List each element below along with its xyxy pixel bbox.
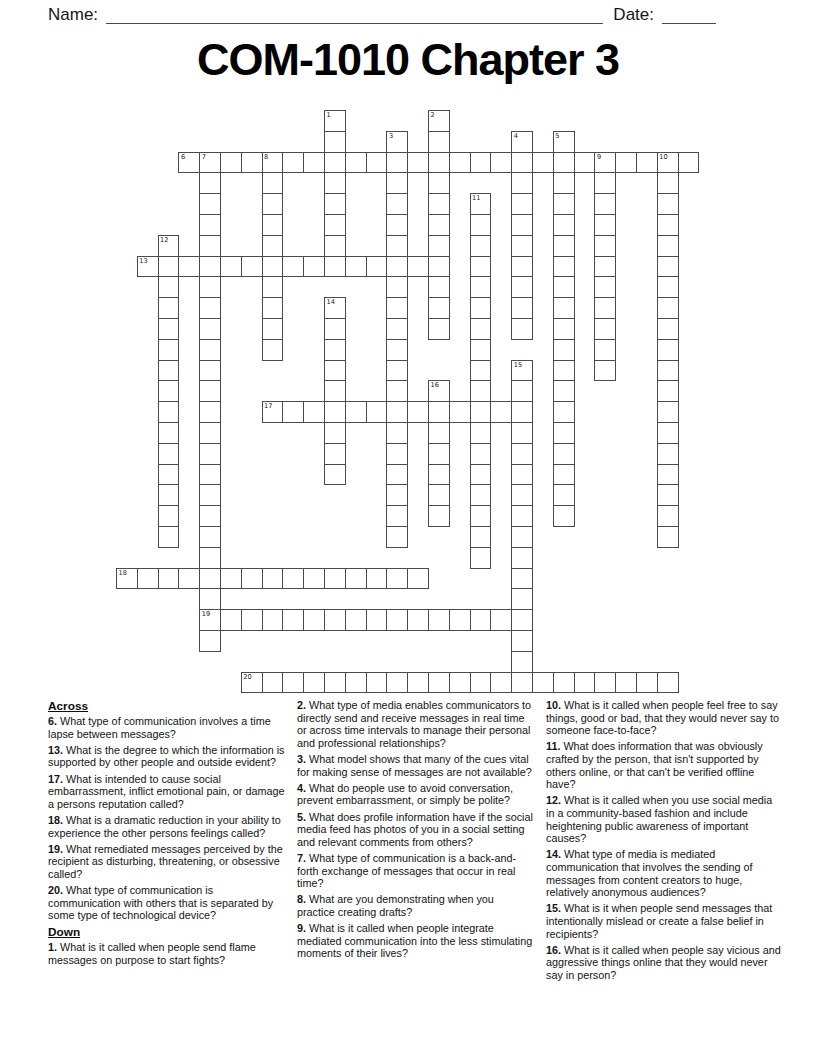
crossword-cell-r14c11[interactable] <box>345 401 367 423</box>
crossword-cell-r19c21[interactable] <box>553 505 575 527</box>
crossword-cell-r23c4[interactable] <box>199 588 221 610</box>
crossword-cell-r6c23[interactable] <box>594 235 616 257</box>
crossword-cell-r8c23[interactable] <box>594 276 616 298</box>
crossword-cell-r16c2[interactable] <box>158 443 180 465</box>
crossword-cell-r17c2[interactable] <box>158 464 180 486</box>
crossword-cell-r24c8[interactable] <box>282 609 304 631</box>
crossword-cell-r14c16[interactable] <box>449 401 471 423</box>
crossword-cell-r6c21[interactable] <box>553 235 575 257</box>
clue-number-label: 5. <box>297 811 309 823</box>
crossword-cell-r11c23[interactable] <box>594 339 616 361</box>
crossword-cell-r2c3[interactable]: 6 <box>178 152 200 174</box>
crossword-cell-r10c21[interactable] <box>553 318 575 340</box>
crossword-cell-r10c15[interactable] <box>428 318 450 340</box>
crossword-cell-r24c5[interactable] <box>220 609 242 631</box>
crossword-cell-r21c17[interactable] <box>470 547 492 569</box>
crossword-cell-r15c19[interactable] <box>511 422 533 444</box>
crossword-cell-r5c4[interactable] <box>199 214 221 236</box>
crossword-cell-r14c15[interactable] <box>428 401 450 423</box>
crossword-cell-r27c9[interactable] <box>303 672 325 694</box>
crossword-cell-r20c19[interactable] <box>511 526 533 548</box>
crossword-cell-r9c17[interactable] <box>470 297 492 319</box>
crossword-cell-r3c4[interactable] <box>199 172 221 194</box>
crossword-cell-r3c26[interactable] <box>657 172 679 194</box>
crossword-cell-r14c2[interactable] <box>158 401 180 423</box>
crossword-cell-r26c19[interactable] <box>511 651 533 673</box>
crossword-cell-r14c26[interactable] <box>657 401 679 423</box>
crossword-cell-r27c14[interactable] <box>407 672 429 694</box>
crossword-cell-r10c17[interactable] <box>470 318 492 340</box>
crossword-cell-r20c4[interactable] <box>199 526 221 548</box>
crossword-cell-r6c17[interactable] <box>470 235 492 257</box>
crossword-cell-r24c15[interactable] <box>428 609 450 631</box>
clue-number-12: 12 <box>160 236 168 244</box>
crossword-cell-r17c26[interactable] <box>657 464 679 486</box>
crossword-cell-r22c0[interactable]: 18 <box>116 568 138 590</box>
crossword-cell-r24c19[interactable] <box>511 609 533 631</box>
crossword-cell-r22c3[interactable] <box>178 568 200 590</box>
crossword-cell-r24c17[interactable] <box>470 609 492 631</box>
crossword-cell-r22c8[interactable] <box>282 568 304 590</box>
crossword-cell-r6c13[interactable] <box>386 235 408 257</box>
crossword-cell-r18c15[interactable] <box>428 484 450 506</box>
crossword-cell-r13c17[interactable] <box>470 380 492 402</box>
crossword-cell-r7c8[interactable] <box>282 256 304 278</box>
crossword-cell-r2c22[interactable] <box>574 152 596 174</box>
crossword-cell-r14c9[interactable] <box>303 401 325 423</box>
crossword-cell-r17c13[interactable] <box>386 464 408 486</box>
crossword-cell-r7c5[interactable] <box>220 256 242 278</box>
crossword-cell-r7c2[interactable] <box>158 256 180 278</box>
crossword-cell-r13c13[interactable] <box>386 380 408 402</box>
crossword-cell-r27c26[interactable] <box>657 672 679 694</box>
crossword-cell-r7c9[interactable] <box>303 256 325 278</box>
crossword-cell-r1c21[interactable]: 5 <box>553 131 575 153</box>
clue-number-19: 19 <box>202 610 210 618</box>
crossword-cell-r14c13[interactable] <box>386 401 408 423</box>
crossword-cell-r20c17[interactable] <box>470 526 492 548</box>
crossword-cell-r10c2[interactable] <box>158 318 180 340</box>
crossword-cell-r1c19[interactable]: 4 <box>511 131 533 153</box>
crossword-cell-r11c13[interactable] <box>386 339 408 361</box>
crossword-cell-r27c15[interactable] <box>428 672 450 694</box>
crossword-cell-r2c19[interactable] <box>511 152 533 174</box>
crossword-cell-r8c7[interactable] <box>262 276 284 298</box>
crossword-cell-r19c13[interactable] <box>386 505 408 527</box>
crossword-cell-r18c4[interactable] <box>199 484 221 506</box>
crossword-cell-r27c21[interactable] <box>553 672 575 694</box>
crossword-cell-r15c15[interactable] <box>428 422 450 444</box>
crossword-cell-r5c15[interactable] <box>428 214 450 236</box>
clue-number-label: 2. <box>297 699 309 711</box>
crossword-cell-r2c16[interactable] <box>449 152 471 174</box>
crossword-cell-r24c18[interactable] <box>490 609 512 631</box>
crossword-cell-r6c26[interactable] <box>657 235 679 257</box>
crossword-cell-r2c24[interactable] <box>615 152 637 174</box>
crossword-cell-r22c10[interactable] <box>324 568 346 590</box>
crossword-cell-r8c2[interactable] <box>158 276 180 298</box>
crossword-cell-r13c15[interactable]: 16 <box>428 380 450 402</box>
crossword-cell-r14c14[interactable] <box>407 401 429 423</box>
crossword-cell-r18c17[interactable] <box>470 484 492 506</box>
crossword-cell-r3c7[interactable] <box>262 172 284 194</box>
crossword-cell-r14c18[interactable] <box>490 401 512 423</box>
crossword-cell-r18c13[interactable] <box>386 484 408 506</box>
crossword-cell-r15c2[interactable] <box>158 422 180 444</box>
crossword-cell-r27c22[interactable] <box>574 672 596 694</box>
clue-number-label: 17. <box>48 773 66 785</box>
crossword-cell-r10c19[interactable] <box>511 318 533 340</box>
crossword-cell-r6c15[interactable] <box>428 235 450 257</box>
crossword-cell-r15c21[interactable] <box>553 422 575 444</box>
crossword-cell-r7c11[interactable] <box>345 256 367 278</box>
crossword-cell-r4c23[interactable] <box>594 193 616 215</box>
crossword-cell-r12c26[interactable] <box>657 360 679 382</box>
crossword-cell-r4c7[interactable] <box>262 193 284 215</box>
crossword-cell-r6c19[interactable] <box>511 235 533 257</box>
crossword-cell-r22c7[interactable] <box>262 568 284 590</box>
crossword-cell-r27c10[interactable] <box>324 672 346 694</box>
crossword-cell-r20c2[interactable] <box>158 526 180 548</box>
crossword-cell-r22c13[interactable] <box>386 568 408 590</box>
crossword-cell-r24c12[interactable] <box>366 609 388 631</box>
crossword-cell-r8c17[interactable] <box>470 276 492 298</box>
crossword-cell-r4c13[interactable] <box>386 193 408 215</box>
crossword-cell-r2c26[interactable]: 10 <box>657 152 679 174</box>
crossword-cell-r6c7[interactable] <box>262 235 284 257</box>
crossword-cell-r13c2[interactable] <box>158 380 180 402</box>
crossword-cell-r24c10[interactable] <box>324 609 346 631</box>
crossword-cell-r14c7[interactable]: 17 <box>262 401 284 423</box>
crossword-cell-r2c6[interactable] <box>241 152 263 174</box>
crossword-cell-r15c17[interactable] <box>470 422 492 444</box>
crossword-cell-r15c10[interactable] <box>324 422 346 444</box>
crossword-cell-r22c6[interactable] <box>241 568 263 590</box>
crossword-cell-r10c4[interactable] <box>199 318 221 340</box>
crossword-cell-r2c21[interactable] <box>553 152 575 174</box>
crossword-cell-r2c14[interactable] <box>407 152 429 174</box>
crossword-cell-r4c10[interactable] <box>324 193 346 215</box>
crossword-cell-r7c1[interactable]: 13 <box>137 256 159 278</box>
crossword-cell-r15c4[interactable] <box>199 422 221 444</box>
crossword-cell-r2c27[interactable] <box>678 152 700 174</box>
crossword-cell-r4c17[interactable]: 11 <box>470 193 492 215</box>
crossword-cell-r16c26[interactable] <box>657 443 679 465</box>
crossword-cell-r27c17[interactable] <box>470 672 492 694</box>
crossword-cell-r16c15[interactable] <box>428 443 450 465</box>
crossword-cell-r9c26[interactable] <box>657 297 679 319</box>
date-label: Date: <box>613 5 654 26</box>
crossword-cell-r24c9[interactable] <box>303 609 325 631</box>
crossword-cell-r14c19[interactable] <box>511 401 533 423</box>
crossword-cell-r27c7[interactable] <box>262 672 284 694</box>
crossword-cell-r17c17[interactable] <box>470 464 492 486</box>
crossword-cell-r1c10[interactable] <box>324 131 346 153</box>
crossword-cell-r3c21[interactable] <box>553 172 575 194</box>
crossword-cell-r3c19[interactable] <box>511 172 533 194</box>
clue-number-10: 10 <box>659 153 667 161</box>
crossword-cell-r8c4[interactable] <box>199 276 221 298</box>
crossword-cell-r17c10[interactable] <box>324 464 346 486</box>
crossword-cell-r7c4[interactable] <box>199 256 221 278</box>
crossword-cell-r9c2[interactable] <box>158 297 180 319</box>
crossword-cell-r18c19[interactable] <box>511 484 533 506</box>
crossword-cell-r11c26[interactable] <box>657 339 679 361</box>
crossword-cell-r24c6[interactable] <box>241 609 263 631</box>
crossword-cell-r25c4[interactable] <box>199 630 221 652</box>
crossword-cell-r2c13[interactable] <box>386 152 408 174</box>
crossword-cell-r24c14[interactable] <box>407 609 429 631</box>
crossword-cell-r10c23[interactable] <box>594 318 616 340</box>
crossword-cell-r2c23[interactable]: 9 <box>594 152 616 174</box>
crossword-cell-r22c12[interactable] <box>366 568 388 590</box>
crossword-cell-r19c15[interactable] <box>428 505 450 527</box>
crossword-cell-r27c25[interactable] <box>636 672 658 694</box>
crossword-cell-r2c10[interactable] <box>324 152 346 174</box>
crossword-cell-r22c5[interactable] <box>220 568 242 590</box>
crossword-cell-r27c12[interactable] <box>366 672 388 694</box>
crossword-cell-r6c4[interactable] <box>199 235 221 257</box>
clue-number-label: 4. <box>297 782 309 794</box>
crossword-cell-r5c26[interactable] <box>657 214 679 236</box>
crossword-cell-r27c24[interactable] <box>615 672 637 694</box>
crossword-cell-r4c4[interactable] <box>199 193 221 215</box>
crossword-cell-r14c10[interactable] <box>324 401 346 423</box>
crossword-cell-r3c10[interactable] <box>324 172 346 194</box>
crossword-cell-r7c10[interactable] <box>324 256 346 278</box>
crossword-cell-r8c26[interactable] <box>657 276 679 298</box>
crossword-cell-r15c26[interactable] <box>657 422 679 444</box>
crossword-cell-r5c7[interactable] <box>262 214 284 236</box>
crossword-cell-r9c19[interactable] <box>511 297 533 319</box>
clue-down-14: 14. What type of media is mediated commu… <box>546 848 783 899</box>
crossword-cell-r7c13[interactable] <box>386 256 408 278</box>
crossword-cell-r8c15[interactable] <box>428 276 450 298</box>
crossword-cell-r27c13[interactable] <box>386 672 408 694</box>
crossword-cell-r3c13[interactable] <box>386 172 408 194</box>
crossword-cell-r9c10[interactable]: 14 <box>324 297 346 319</box>
crossword-cell-r1c15[interactable] <box>428 131 450 153</box>
crossword-cell-r2c7[interactable]: 8 <box>262 152 284 174</box>
crossword-cell-r7c23[interactable] <box>594 256 616 278</box>
crossword-cell-r22c2[interactable] <box>158 568 180 590</box>
crossword-cell-r2c5[interactable] <box>220 152 242 174</box>
crossword-cell-r7c21[interactable] <box>553 256 575 278</box>
clue-down-4: 4. What do people use to avoid conversat… <box>297 782 534 807</box>
crossword-cell-r24c13[interactable] <box>386 609 408 631</box>
crossword-cell-r17c21[interactable] <box>553 464 575 486</box>
crossword-cell-r4c26[interactable] <box>657 193 679 215</box>
crossword-cell-r7c12[interactable] <box>366 256 388 278</box>
crossword-cell-r19c17[interactable] <box>470 505 492 527</box>
crossword-cell-r7c6[interactable] <box>241 256 263 278</box>
crossword-cell-r27c11[interactable] <box>345 672 367 694</box>
crossword-cell-r9c13[interactable] <box>386 297 408 319</box>
crossword-cell-r4c21[interactable] <box>553 193 575 215</box>
crossword-cell-r7c3[interactable] <box>178 256 200 278</box>
crossword-cell-r12c23[interactable] <box>594 360 616 382</box>
crossword-cell-r8c13[interactable] <box>386 276 408 298</box>
crossword-cell-r2c17[interactable] <box>470 152 492 174</box>
crossword-cell-r5c21[interactable] <box>553 214 575 236</box>
clue-down-7: 7. What type of communication is a back-… <box>297 852 534 890</box>
crossword-cell-r4c15[interactable] <box>428 193 450 215</box>
crossword-cell-r3c15[interactable] <box>428 172 450 194</box>
crossword-cell-r13c26[interactable] <box>657 380 679 402</box>
crossword-cell-r9c21[interactable] <box>553 297 575 319</box>
crossword-cell-r2c15[interactable] <box>428 152 450 174</box>
crossword-cell-r11c21[interactable] <box>553 339 575 361</box>
name-blank-line[interactable] <box>106 4 603 24</box>
down-header: Down <box>48 925 285 939</box>
crossword-cell-r19c4[interactable] <box>199 505 221 527</box>
crossword-cell-r18c2[interactable] <box>158 484 180 506</box>
crossword-cell-r5c10[interactable] <box>324 214 346 236</box>
crossword-cell-r16c19[interactable] <box>511 443 533 465</box>
crossword-cell-r18c21[interactable] <box>553 484 575 506</box>
crossword-cell-r14c17[interactable] <box>470 401 492 423</box>
crossword-cell-r14c12[interactable] <box>366 401 388 423</box>
crossword-cell-r20c13[interactable] <box>386 526 408 548</box>
crossword-cell-r2c9[interactable] <box>303 152 325 174</box>
crossword-cell-r12c13[interactable] <box>386 360 408 382</box>
crossword-cell-r2c20[interactable] <box>532 152 554 174</box>
crossword-cell-r5c17[interactable] <box>470 214 492 236</box>
crossword-cell-r14c4[interactable] <box>199 401 221 423</box>
crossword-cell-r7c14[interactable] <box>407 256 429 278</box>
crossword-cell-r12c17[interactable] <box>470 360 492 382</box>
crossword-cell-r12c10[interactable] <box>324 360 346 382</box>
clue-number-16: 16 <box>431 381 439 389</box>
crossword-cell-r7c19[interactable] <box>511 256 533 278</box>
crossword-cell-r9c23[interactable] <box>594 297 616 319</box>
crossword-cell-r9c15[interactable] <box>428 297 450 319</box>
crossword-cell-r10c26[interactable] <box>657 318 679 340</box>
clue-number-label: 20. <box>48 884 66 896</box>
crossword-cell-r24c7[interactable] <box>262 609 284 631</box>
crossword-cell-r11c2[interactable] <box>158 339 180 361</box>
crossword-cell-r5c23[interactable] <box>594 214 616 236</box>
crossword-cell-r5c13[interactable] <box>386 214 408 236</box>
crossword-cell-r24c11[interactable] <box>345 609 367 631</box>
crossword-cell-r7c26[interactable] <box>657 256 679 278</box>
crossword-cell-r27c19[interactable] <box>511 672 533 694</box>
date-blank-line[interactable] <box>662 4 716 24</box>
crossword-cell-r8c21[interactable] <box>553 276 575 298</box>
crossword-cell-r20c26[interactable] <box>657 526 679 548</box>
crossword-cell-r18c26[interactable] <box>657 484 679 506</box>
crossword-cell-r16c4[interactable] <box>199 443 221 465</box>
crossword-cell-r17c19[interactable] <box>511 464 533 486</box>
crossword-cell-r4c19[interactable] <box>511 193 533 215</box>
crossword-cell-r9c4[interactable] <box>199 297 221 319</box>
crossword-cell-r10c10[interactable] <box>324 318 346 340</box>
crossword-cell-r13c10[interactable] <box>324 380 346 402</box>
crossword-cell-r6c10[interactable] <box>324 235 346 257</box>
crossword-cell-r27c6[interactable]: 20 <box>241 672 263 694</box>
crossword-cell-r24c16[interactable] <box>449 609 471 631</box>
crossword-cell-r1c13[interactable]: 3 <box>386 131 408 153</box>
crossword-cell-r22c4[interactable] <box>199 568 221 590</box>
crossword-cell-r3c23[interactable] <box>594 172 616 194</box>
crossword-cell-r7c7[interactable] <box>262 256 284 278</box>
crossword-cell-r10c13[interactable] <box>386 318 408 340</box>
clue-number-label: 14. <box>546 848 564 860</box>
crossword-cell-r17c4[interactable] <box>199 464 221 486</box>
crossword-cell-r24c4[interactable]: 19 <box>199 609 221 631</box>
crossword-cell-r21c4[interactable] <box>199 547 221 569</box>
clue-number-label: 8. <box>297 893 309 905</box>
crossword-cell-r27c20[interactable] <box>532 672 554 694</box>
crossword-cell-r16c17[interactable] <box>470 443 492 465</box>
crossword-cell-r2c8[interactable] <box>282 152 304 174</box>
clue-down-12: 12. What is it called when you use socia… <box>546 794 783 845</box>
crossword-cell-r19c2[interactable] <box>158 505 180 527</box>
crossword-cell-r11c10[interactable] <box>324 339 346 361</box>
crossword-cell-r12c21[interactable] <box>553 360 575 382</box>
crossword-cell-r27c18[interactable] <box>490 672 512 694</box>
crossword-cell-r22c9[interactable] <box>303 568 325 590</box>
name-label: Name: <box>48 5 98 26</box>
crossword-cell-r5c19[interactable] <box>511 214 533 236</box>
crossword-cell-r22c11[interactable] <box>345 568 367 590</box>
crossword-cell-r16c21[interactable] <box>553 443 575 465</box>
crossword-cell-r17c15[interactable] <box>428 464 450 486</box>
crossword-cell-r2c11[interactable] <box>345 152 367 174</box>
crossword-cell-r12c19[interactable]: 15 <box>511 360 533 382</box>
crossword-cell-r2c18[interactable] <box>490 152 512 174</box>
crossword-cell-r27c8[interactable] <box>282 672 304 694</box>
crossword-cell-r12c2[interactable] <box>158 360 180 382</box>
crossword-cell-r6c2[interactable]: 12 <box>158 235 180 257</box>
crossword-cell-r13c4[interactable] <box>199 380 221 402</box>
crossword-cell-r21c19[interactable] <box>511 547 533 569</box>
clue-across-18: 18. What is a dramatic reduction in your… <box>48 814 285 839</box>
clue-column-2: 2. What type of media enables communicat… <box>297 699 534 985</box>
crossword-cell-r22c1[interactable] <box>137 568 159 590</box>
crossword-cell-r11c17[interactable] <box>470 339 492 361</box>
crossword-cell-r10c7[interactable] <box>262 318 284 340</box>
crossword-cell-r9c7[interactable] <box>262 297 284 319</box>
crossword-cell-r7c17[interactable] <box>470 256 492 278</box>
crossword-cell-r27c16[interactable] <box>449 672 471 694</box>
crossword-cell-r25c19[interactable] <box>511 630 533 652</box>
crossword-cell-r19c19[interactable] <box>511 505 533 527</box>
crossword-cell-r23c19[interactable] <box>511 588 533 610</box>
crossword-cell-r11c7[interactable] <box>262 339 284 361</box>
crossword-cell-r13c21[interactable] <box>553 380 575 402</box>
crossword-cell-r16c10[interactable] <box>324 443 346 465</box>
crossword-cell-r11c4[interactable] <box>199 339 221 361</box>
crossword-cell-r2c25[interactable] <box>636 152 658 174</box>
crossword-cell-r14c21[interactable] <box>553 401 575 423</box>
crossword-cell-r2c4[interactable]: 7 <box>199 152 221 174</box>
crossword-cell-r7c15[interactable] <box>428 256 450 278</box>
crossword-cell-r22c19[interactable] <box>511 568 533 590</box>
crossword-cell-r27c23[interactable] <box>594 672 616 694</box>
crossword-cell-r8c19[interactable] <box>511 276 533 298</box>
crossword-cell-r0c15[interactable]: 2 <box>428 110 450 132</box>
crossword-cell-r0c10[interactable]: 1 <box>324 110 346 132</box>
crossword-cell-r22c14[interactable] <box>407 568 429 590</box>
crossword-cell-r12c4[interactable] <box>199 360 221 382</box>
crossword-cell-r15c13[interactable] <box>386 422 408 444</box>
crossword-cell-r13c19[interactable] <box>511 380 533 402</box>
crossword-cell-r16c13[interactable] <box>386 443 408 465</box>
crossword-cell-r19c26[interactable] <box>657 505 679 527</box>
crossword-cell-r14c8[interactable] <box>282 401 304 423</box>
crossword-cell-r2c12[interactable] <box>366 152 388 174</box>
